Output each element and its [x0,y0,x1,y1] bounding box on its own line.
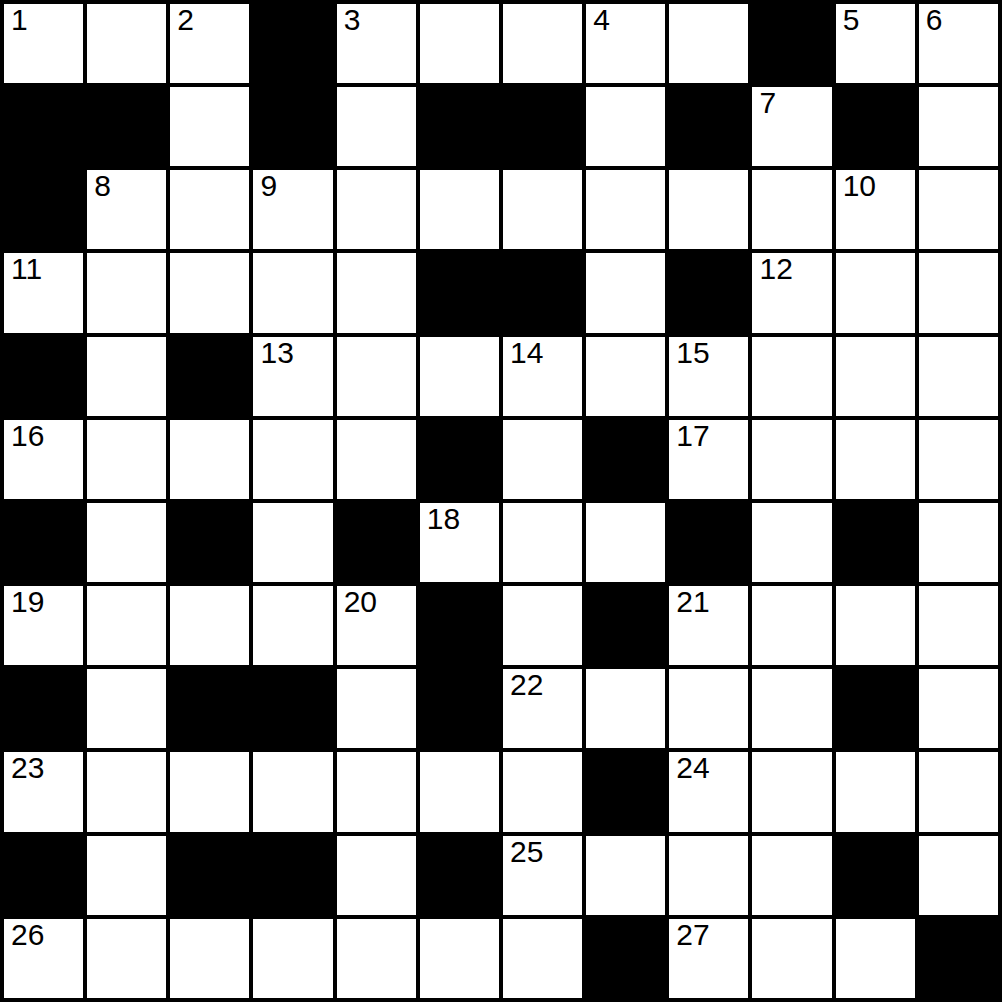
clue-number: 24 [676,752,709,784]
clue-number: 27 [676,919,709,951]
cell-r11c2[interactable] [170,919,249,998]
clue-number: 18 [427,503,460,535]
clue-number: 4 [593,4,610,36]
block-cell-r3c6 [503,253,582,332]
clue-number: 6 [926,4,943,36]
cell-r11c1[interactable] [87,919,166,998]
cell-r11c0[interactable]: 26 [4,919,83,998]
cell-r2c5[interactable] [420,170,499,249]
cell-r11c8[interactable]: 27 [669,919,748,998]
cell-r3c7[interactable] [586,253,665,332]
cell-r11c6[interactable] [503,919,582,998]
clue-number: 22 [510,669,543,701]
clue-number: 10 [843,170,876,202]
cell-r8c9[interactable] [752,669,831,748]
cell-r5c3[interactable] [253,420,332,499]
block-cell-r0c3 [253,4,332,83]
clue-number: 9 [260,170,277,202]
block-cell-r10c10 [836,836,915,915]
cell-r4c3[interactable]: 13 [253,337,332,416]
cell-r0c5[interactable] [420,4,499,83]
clue-number: 16 [11,420,44,452]
cell-r10c11[interactable] [919,836,998,915]
cell-r7c9[interactable] [752,586,831,665]
cell-r3c11[interactable] [919,253,998,332]
block-cell-r1c3 [253,87,332,166]
clue-number: 25 [510,836,543,868]
cell-r0c11[interactable]: 6 [919,4,998,83]
clue-number: 13 [260,337,293,369]
block-cell-r10c3 [253,836,332,915]
cell-r8c11[interactable] [919,669,998,748]
cell-r11c9[interactable] [752,919,831,998]
block-cell-r11c7 [586,919,665,998]
block-cell-r1c6 [503,87,582,166]
block-cell-r0c9 [752,4,831,83]
clue-number: 2 [177,4,194,36]
cell-r10c8[interactable] [669,836,748,915]
block-cell-r6c2 [170,503,249,582]
cell-r7c11[interactable] [919,586,998,665]
cell-r9c10[interactable] [836,752,915,831]
cell-r10c4[interactable] [337,836,416,915]
cell-r6c7[interactable] [586,503,665,582]
cell-r6c11[interactable] [919,503,998,582]
cell-r7c6[interactable] [503,586,582,665]
cell-r11c10[interactable] [836,919,915,998]
cell-r5c9[interactable] [752,420,831,499]
cell-r4c8[interactable]: 15 [669,337,748,416]
cell-r9c11[interactable] [919,752,998,831]
cell-r0c6[interactable] [503,4,582,83]
block-cell-r7c7 [586,586,665,665]
clue-number: 11 [11,253,42,285]
cell-r0c1[interactable] [87,4,166,83]
cell-r7c2[interactable] [170,586,249,665]
cell-r9c5[interactable] [420,752,499,831]
block-cell-r1c10 [836,87,915,166]
block-cell-r3c5 [420,253,499,332]
cell-r9c6[interactable] [503,752,582,831]
cell-r8c7[interactable] [586,669,665,748]
cell-r2c2[interactable] [170,170,249,249]
block-cell-r2c0 [4,170,83,249]
block-cell-r6c4 [337,503,416,582]
cell-r2c9[interactable] [752,170,831,249]
cell-r6c1[interactable] [87,503,166,582]
cell-r4c7[interactable] [586,337,665,416]
cell-r2c11[interactable] [919,170,998,249]
cell-r7c3[interactable] [253,586,332,665]
block-cell-r1c1 [87,87,166,166]
cell-r8c1[interactable] [87,669,166,748]
clue-number: 21 [676,586,709,618]
cell-r7c10[interactable] [836,586,915,665]
cell-r2c3[interactable]: 9 [253,170,332,249]
cell-r11c4[interactable] [337,919,416,998]
block-cell-r1c0 [4,87,83,166]
cell-r7c1[interactable] [87,586,166,665]
cell-r7c0[interactable]: 19 [4,586,83,665]
block-cell-r6c8 [669,503,748,582]
block-cell-r9c7 [586,752,665,831]
cell-r11c3[interactable] [253,919,332,998]
cell-r9c9[interactable] [752,752,831,831]
cell-r4c4[interactable] [337,337,416,416]
cell-r10c9[interactable] [752,836,831,915]
clue-number: 20 [344,586,377,618]
cell-r8c8[interactable] [669,669,748,748]
cell-r4c11[interactable] [919,337,998,416]
cell-r0c10[interactable]: 5 [836,4,915,83]
cell-r2c10[interactable]: 10 [836,170,915,249]
cell-r1c9[interactable]: 7 [752,87,831,166]
cell-r4c9[interactable] [752,337,831,416]
cell-r10c6[interactable]: 25 [503,836,582,915]
cell-r2c6[interactable] [503,170,582,249]
cell-r4c6[interactable]: 14 [503,337,582,416]
block-cell-r10c0 [4,836,83,915]
block-cell-r10c5 [420,836,499,915]
clue-number: 26 [11,919,44,951]
clue-number: 7 [759,87,776,119]
cell-r4c1[interactable] [87,337,166,416]
clue-number: 17 [676,420,709,452]
block-cell-r7c5 [420,586,499,665]
cell-r2c4[interactable] [337,170,416,249]
block-cell-r8c3 [253,669,332,748]
cell-r9c0[interactable]: 23 [4,752,83,831]
cell-r4c10[interactable] [836,337,915,416]
clue-number: 12 [759,253,792,285]
cell-r3c3[interactable] [253,253,332,332]
block-cell-r6c0 [4,503,83,582]
cell-r2c7[interactable] [586,170,665,249]
cell-r2c8[interactable] [669,170,748,249]
cell-r0c8[interactable] [669,4,748,83]
block-cell-r3c8 [669,253,748,332]
cell-r6c6[interactable] [503,503,582,582]
block-cell-r5c7 [586,420,665,499]
cell-r8c6[interactable]: 22 [503,669,582,748]
clue-number: 3 [344,4,361,36]
block-cell-r8c5 [420,669,499,748]
cell-r4c5[interactable] [420,337,499,416]
block-cell-r8c2 [170,669,249,748]
block-cell-r4c2 [170,337,249,416]
cell-r11c5[interactable] [420,919,499,998]
cell-r5c10[interactable] [836,420,915,499]
cell-r7c8[interactable]: 21 [669,586,748,665]
cell-r2c1[interactable]: 8 [87,170,166,249]
cell-r3c10[interactable] [836,253,915,332]
cell-r5c8[interactable]: 17 [669,420,748,499]
cell-r3c4[interactable] [337,253,416,332]
block-cell-r5c5 [420,420,499,499]
block-cell-r4c0 [4,337,83,416]
cell-r5c0[interactable]: 16 [4,420,83,499]
cell-r7c4[interactable]: 20 [337,586,416,665]
block-cell-r1c8 [669,87,748,166]
cell-r1c7[interactable] [586,87,665,166]
block-cell-r6c10 [836,503,915,582]
clue-number: 23 [11,752,44,784]
cell-r6c3[interactable] [253,503,332,582]
clue-number: 14 [510,337,543,369]
cell-r5c11[interactable] [919,420,998,499]
cell-r1c2[interactable] [170,87,249,166]
cell-r9c4[interactable] [337,752,416,831]
cell-r3c1[interactable] [87,253,166,332]
cell-r3c9[interactable]: 12 [752,253,831,332]
cell-r0c4[interactable]: 3 [337,4,416,83]
cell-r0c2[interactable]: 2 [170,4,249,83]
cell-r3c0[interactable]: 11 [4,253,83,332]
clue-number: 15 [676,337,709,369]
cell-r9c1[interactable] [87,752,166,831]
block-cell-r8c10 [836,669,915,748]
cell-r9c3[interactable] [253,752,332,831]
cell-r0c7[interactable]: 4 [586,4,665,83]
cell-r3c2[interactable] [170,253,249,332]
block-cell-r10c2 [170,836,249,915]
block-cell-r11c11 [919,919,998,998]
cell-r8c4[interactable] [337,669,416,748]
cell-r10c1[interactable] [87,836,166,915]
cell-r5c6[interactable] [503,420,582,499]
cell-r9c8[interactable]: 24 [669,752,748,831]
block-cell-r8c0 [4,669,83,748]
cell-r6c5[interactable]: 18 [420,503,499,582]
clue-number: 1 [11,4,28,36]
clue-number: 5 [843,4,860,36]
cell-r0c0[interactable]: 1 [4,4,83,83]
cell-r1c11[interactable] [919,87,998,166]
cell-r10c7[interactable] [586,836,665,915]
cell-r5c4[interactable] [337,420,416,499]
cell-r6c9[interactable] [752,503,831,582]
cell-r5c2[interactable] [170,420,249,499]
crossword-grid: 1234567891011121314151617181920212223242… [0,0,1002,1002]
cell-r1c4[interactable] [337,87,416,166]
clue-number: 8 [94,170,111,202]
block-cell-r1c5 [420,87,499,166]
clue-number: 19 [11,586,44,618]
cell-r9c2[interactable] [170,752,249,831]
cell-r5c1[interactable] [87,420,166,499]
